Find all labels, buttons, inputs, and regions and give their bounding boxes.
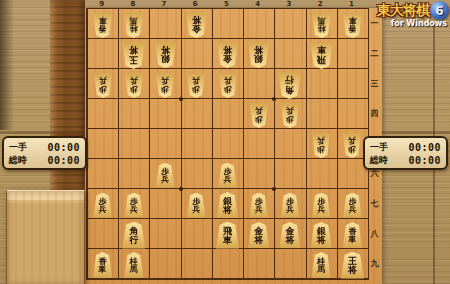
logo-row: 東大将棋 6 — [366, 1, 449, 20]
gote-clock: 一手 00:00 総時 00:00 — [2, 136, 87, 170]
square-77[interactable] — [149, 189, 180, 219]
total-time-value: 00:00 — [408, 155, 441, 166]
move-time-value: 00:00 — [408, 142, 441, 153]
square-43[interactable] — [243, 69, 274, 99]
rank-label: 二 — [368, 38, 381, 68]
square-12[interactable] — [337, 39, 368, 69]
square-98[interactable] — [87, 219, 118, 249]
total-time-value: 00:00 — [47, 155, 80, 166]
square-74[interactable] — [149, 99, 180, 129]
file-label: 9 — [86, 0, 117, 8]
logo-subtitle: for Windows — [366, 19, 449, 28]
file-label: 2 — [305, 0, 336, 8]
clock-row: 一手 00:00 — [370, 141, 441, 154]
square-24[interactable] — [306, 99, 337, 129]
square-14[interactable] — [337, 99, 368, 129]
square-26[interactable] — [306, 159, 337, 189]
file-labels: 987654321 — [86, 0, 367, 8]
left-shelf-line — [0, 131, 85, 134]
square-32[interactable] — [274, 39, 305, 69]
rank-label: 九 — [368, 248, 381, 278]
square-46[interactable] — [243, 159, 274, 189]
clock-row: 総時 00:00 — [9, 154, 80, 167]
gote-piece-stand[interactable] — [6, 190, 85, 284]
total-time-label: 総時 — [9, 154, 27, 167]
file-label: 8 — [117, 0, 148, 8]
square-85[interactable] — [118, 129, 149, 159]
square-86[interactable] — [118, 159, 149, 189]
square-92[interactable] — [87, 39, 118, 69]
square-23[interactable] — [306, 69, 337, 99]
square-51[interactable] — [212, 9, 243, 39]
file-label: 4 — [242, 0, 273, 8]
app-logo: 東大将棋 6 for Windows — [366, 1, 449, 28]
square-66[interactable] — [181, 159, 212, 189]
square-94[interactable] — [87, 99, 118, 129]
hoshi-dot — [179, 187, 183, 191]
square-35[interactable] — [274, 129, 305, 159]
total-time-label: 総時 — [370, 154, 388, 167]
move-time-label: 一手 — [370, 141, 388, 154]
square-49[interactable] — [243, 249, 274, 279]
square-78[interactable] — [149, 219, 180, 249]
board-grid: 香車桂馬金将桂馬香車玉将銀将金将銀将飛車歩兵歩兵歩兵歩兵歩兵角行歩兵歩兵歩兵歩兵… — [86, 8, 369, 280]
square-13[interactable] — [337, 69, 368, 99]
move-time-label: 一手 — [9, 141, 27, 154]
move-time-value: 00:00 — [47, 142, 80, 153]
square-65[interactable] — [181, 129, 212, 159]
square-68[interactable] — [181, 219, 212, 249]
file-label: 6 — [180, 0, 211, 8]
rank-label: 四 — [368, 98, 381, 128]
rank-label: 三 — [368, 68, 381, 98]
square-96[interactable] — [87, 159, 118, 189]
square-84[interactable] — [118, 99, 149, 129]
square-62[interactable] — [181, 39, 212, 69]
clock-row: 総時 00:00 — [370, 154, 441, 167]
left-edge-shadow — [0, 0, 14, 130]
square-36[interactable] — [274, 159, 305, 189]
square-41[interactable] — [243, 9, 274, 39]
square-75[interactable] — [149, 129, 180, 159]
square-54[interactable] — [212, 99, 243, 129]
square-64[interactable] — [181, 99, 212, 129]
square-55[interactable] — [212, 129, 243, 159]
rank-label: 八 — [368, 218, 381, 248]
square-95[interactable] — [87, 129, 118, 159]
square-79[interactable] — [149, 249, 180, 279]
hoshi-dot — [179, 97, 183, 101]
square-39[interactable] — [274, 249, 305, 279]
square-69[interactable] — [181, 249, 212, 279]
square-31[interactable] — [274, 9, 305, 39]
file-label: 5 — [211, 0, 242, 8]
square-71[interactable] — [149, 9, 180, 39]
clock-row: 一手 00:00 — [9, 141, 80, 154]
square-45[interactable] — [243, 129, 274, 159]
rank-label: 七 — [368, 188, 381, 218]
file-label: 1 — [336, 0, 367, 8]
logo-version-number: 6 — [435, 5, 443, 17]
sente-clock: 一手 00:00 総時 00:00 — [363, 136, 448, 170]
logo-title: 東大将棋 — [377, 2, 429, 20]
square-59[interactable] — [212, 249, 243, 279]
file-label: 3 — [273, 0, 304, 8]
file-label: 7 — [148, 0, 179, 8]
logo-version-orb: 6 — [430, 1, 449, 20]
